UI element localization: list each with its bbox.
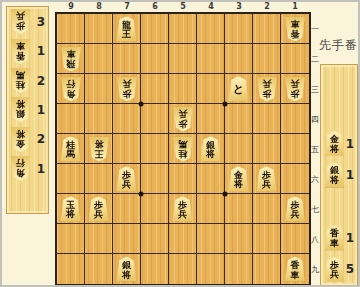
file-label-5: 5 (169, 2, 197, 12)
hand-slot-sente-rook (321, 65, 357, 96)
piece-kanji: 将 (234, 180, 243, 190)
piece-gote-knight[interactable]: 桂馬 (10, 68, 31, 93)
square-81[interactable] (85, 14, 113, 44)
piece-gote-pawn[interactable]: 歩兵 (172, 106, 193, 131)
hand-slot-gote-pawn[interactable]: 歩兵3 (7, 7, 48, 36)
square-86[interactable] (85, 164, 113, 194)
hand-slot-gote-lance[interactable]: 香車1 (7, 36, 48, 65)
gote-captured-tray: 歩兵3香車1桂馬2銀将1金将2角行1 (6, 6, 49, 214)
file-label-4: 4 (197, 2, 225, 12)
piece-sente-tokin[interactable]: と (228, 76, 249, 101)
square-66[interactable] (141, 164, 169, 194)
square-98[interactable] (57, 224, 85, 254)
piece-sente-pawn[interactable]: 歩兵 (88, 196, 109, 221)
square-17[interactable]: 歩兵 (281, 194, 309, 224)
square-49[interactable] (197, 254, 225, 284)
square-71[interactable]: 龍王 (113, 14, 141, 44)
piece-kanji: 将 (330, 176, 339, 186)
square-32[interactable] (225, 44, 253, 74)
square-48[interactable] (197, 224, 225, 254)
file-label-6: 6 (141, 2, 169, 12)
square-68[interactable] (141, 224, 169, 254)
rank-label-4: 四 (310, 104, 320, 134)
sente-captured-tray: 金将1銀将1香車1歩兵5 (320, 64, 358, 286)
piece-gote-lance[interactable]: 香車 (285, 16, 306, 41)
square-53[interactable] (169, 74, 197, 104)
hand-count-gote-gold: 2 (37, 133, 45, 145)
hand-slot-gote-rook (7, 184, 48, 213)
hand-slot-sente-bishop (321, 96, 357, 127)
piece-gote-gold[interactable]: 金将 (10, 127, 31, 152)
piece-sente-pawn[interactable]: 歩兵 (172, 196, 193, 221)
piece-sente-silver[interactable]: 銀将 (116, 257, 137, 282)
square-58[interactable] (169, 224, 197, 254)
square-93[interactable]: 角行 (57, 74, 85, 104)
square-89[interactable] (85, 254, 113, 284)
square-64[interactable] (141, 104, 169, 134)
square-16[interactable] (281, 164, 309, 194)
piece-kanji: 兵 (178, 108, 187, 118)
piece-sente-pawn[interactable]: 歩兵 (324, 257, 345, 282)
square-67[interactable] (141, 194, 169, 224)
piece-kanji: 兵 (262, 180, 271, 190)
square-12[interactable] (281, 44, 309, 74)
piece-kanji: 兵 (291, 78, 300, 88)
shogi-board: 龍王香車飛車角行歩兵と歩兵歩兵歩兵桂馬王将桂馬銀将歩兵金将歩兵玉将歩兵歩兵歩兵銀… (55, 12, 311, 286)
piece-kanji: 歩 (262, 88, 271, 98)
square-13[interactable]: 歩兵 (281, 74, 309, 104)
rank-label-3: 三 (310, 74, 320, 104)
square-37[interactable] (225, 194, 253, 224)
square-47[interactable] (197, 194, 225, 224)
piece-gote-bishop[interactable]: 角行 (10, 156, 31, 181)
square-43[interactable] (197, 74, 225, 104)
square-54[interactable]: 歩兵 (169, 104, 197, 134)
piece-sente-pawn[interactable]: 歩兵 (116, 166, 137, 191)
square-87[interactable]: 歩兵 (85, 194, 113, 224)
piece-kanji: 車 (291, 270, 300, 280)
square-83[interactable] (85, 74, 113, 104)
square-15[interactable] (281, 134, 309, 164)
rank-label-7: 七 (310, 194, 320, 224)
square-19[interactable]: 香車 (281, 254, 309, 284)
file-label-9: 9 (57, 2, 85, 12)
piece-kanji: 飛 (66, 58, 75, 68)
piece-kanji: 香 (291, 28, 300, 38)
piece-kanji: 兵 (122, 180, 131, 190)
piece-kanji: 桂 (16, 80, 25, 90)
piece-gote-pawn[interactable]: 歩兵 (10, 9, 31, 34)
square-11[interactable]: 香車 (281, 14, 309, 44)
square-45[interactable]: 銀将 (197, 134, 225, 164)
square-34[interactable] (225, 104, 253, 134)
piece-kanji: と (233, 84, 244, 96)
piece-sente-pawn[interactable]: 歩兵 (285, 196, 306, 221)
square-57[interactable]: 歩兵 (169, 194, 197, 224)
hand-count-sente-lance: 1 (346, 232, 354, 244)
square-61[interactable] (141, 14, 169, 44)
square-74[interactable] (113, 104, 141, 134)
square-82[interactable] (85, 44, 113, 74)
square-25[interactable] (253, 134, 281, 164)
square-46[interactable] (197, 164, 225, 194)
piece-kanji: 桂 (178, 148, 187, 158)
piece-kanji: 将 (16, 99, 25, 109)
piece-kanji: 兵 (122, 78, 131, 88)
square-44[interactable] (197, 104, 225, 134)
piece-kanji: 銀 (16, 109, 25, 119)
hand-count-gote-pawn: 3 (37, 16, 45, 28)
square-18[interactable] (281, 224, 309, 254)
hand-count-gote-lance: 1 (37, 45, 45, 57)
hand-count-gote-silver: 1 (37, 104, 45, 116)
piece-gote-bishop[interactable]: 角行 (60, 76, 81, 101)
piece-sente-dragon[interactable]: 龍王 (116, 16, 137, 41)
square-95[interactable]: 桂馬 (57, 134, 85, 164)
piece-kanji: 車 (66, 48, 75, 58)
file-label-8: 8 (85, 2, 113, 12)
square-22[interactable] (253, 44, 281, 74)
star-point (223, 102, 228, 107)
piece-sente-gold[interactable]: 金将 (324, 131, 345, 156)
hand-slot-gote-knight[interactable]: 桂馬2 (7, 66, 48, 95)
piece-kanji: 車 (330, 239, 339, 249)
square-42[interactable] (197, 44, 225, 74)
rank-label-6: 六 (310, 164, 320, 194)
piece-kanji: 将 (206, 150, 215, 160)
rank-label-9: 九 (310, 254, 320, 284)
piece-kanji: 兵 (262, 78, 271, 88)
piece-kanji: 兵 (291, 210, 300, 220)
square-31[interactable] (225, 14, 253, 44)
star-point (223, 192, 228, 197)
file-label-1: 1 (281, 2, 309, 12)
hand-count-gote-knight: 2 (37, 75, 45, 87)
square-78[interactable] (113, 224, 141, 254)
turn-indicator: 先手番 (319, 37, 360, 54)
piece-sente-silver[interactable]: 銀将 (200, 136, 221, 161)
square-52[interactable] (169, 44, 197, 74)
hand-count-sente-gold: 1 (346, 138, 354, 150)
rank-labels: 一二三四五六七八九 (310, 14, 320, 284)
rank-label-8: 八 (310, 224, 320, 254)
square-36[interactable]: 金将 (225, 164, 253, 194)
hand-count-gote-bishop: 1 (37, 163, 45, 175)
square-77[interactable] (113, 194, 141, 224)
square-99[interactable] (57, 254, 85, 284)
piece-gote-pawn[interactable]: 歩兵 (116, 76, 137, 101)
piece-gote-rook[interactable]: 飛車 (60, 46, 81, 71)
piece-kanji: 馬 (16, 70, 25, 80)
piece-gote-pawn[interactable]: 歩兵 (256, 76, 277, 101)
piece-gote-pawn[interactable]: 歩兵 (285, 76, 306, 101)
hand-slot-sente-silver[interactable]: 銀将1 (321, 159, 357, 190)
piece-kanji: 将 (330, 145, 339, 155)
hand-count-sente-pawn: 5 (346, 263, 354, 275)
hand-count-sente-silver: 1 (346, 169, 354, 181)
square-21[interactable] (253, 14, 281, 44)
file-label-3: 3 (225, 2, 253, 12)
square-96[interactable] (57, 164, 85, 194)
square-85[interactable]: 王将 (85, 134, 113, 164)
square-23[interactable]: 歩兵 (253, 74, 281, 104)
file-label-7: 7 (113, 2, 141, 12)
piece-sente-knight[interactable]: 桂馬 (60, 136, 81, 161)
star-point (139, 102, 144, 107)
piece-kanji: 金 (16, 138, 25, 148)
square-29[interactable] (253, 254, 281, 284)
shogi-diagram: 歩兵3香車1桂馬2銀将1金将2角行1 987654321 龍王香車飛車角行歩兵と… (0, 0, 360, 287)
square-24[interactable] (253, 104, 281, 134)
hand-slot-sente-gold[interactable]: 金将1 (321, 128, 357, 159)
square-55[interactable]: 桂馬 (169, 134, 197, 164)
piece-kanji: 将 (16, 129, 25, 139)
piece-kanji: 兵 (16, 11, 25, 21)
piece-kanji: 香 (16, 50, 25, 60)
square-94[interactable] (57, 104, 85, 134)
square-28[interactable] (253, 224, 281, 254)
piece-kanji: 将 (66, 210, 75, 220)
piece-kanji: 歩 (16, 21, 25, 31)
square-35[interactable] (225, 134, 253, 164)
square-84[interactable] (85, 104, 113, 134)
piece-kanji: 行 (16, 158, 25, 168)
square-63[interactable] (141, 74, 169, 104)
piece-kanji: 王 (122, 30, 131, 40)
piece-kanji: 兵 (178, 210, 187, 220)
piece-sente-king[interactable]: 玉将 (60, 196, 81, 221)
piece-gote-silver[interactable]: 銀将 (10, 97, 31, 122)
piece-kanji: 馬 (178, 138, 187, 148)
hand-slot-sente-lance[interactable]: 香車1 (321, 222, 357, 253)
piece-gote-lance[interactable]: 香車 (10, 39, 31, 64)
square-51[interactable] (169, 14, 197, 44)
piece-kanji: 車 (291, 18, 300, 28)
square-26[interactable]: 歩兵 (253, 164, 281, 194)
square-14[interactable] (281, 104, 309, 134)
piece-sente-silver[interactable]: 銀将 (324, 162, 345, 187)
piece-sente-pawn[interactable]: 歩兵 (256, 166, 277, 191)
piece-sente-lance[interactable]: 香車 (285, 257, 306, 282)
square-41[interactable] (197, 14, 225, 44)
square-75[interactable] (113, 134, 141, 164)
piece-kanji: 角 (16, 168, 25, 178)
square-88[interactable] (85, 224, 113, 254)
piece-kanji: 将 (94, 138, 103, 148)
piece-kanji: 将 (122, 270, 131, 280)
piece-gote-knight[interactable]: 桂馬 (172, 136, 193, 161)
piece-kanji: 王 (94, 148, 103, 158)
piece-kanji: 歩 (178, 118, 187, 128)
square-65[interactable] (141, 134, 169, 164)
square-62[interactable] (141, 44, 169, 74)
hand-slot-gote-silver[interactable]: 銀将1 (7, 95, 48, 124)
star-point (139, 192, 144, 197)
square-76[interactable]: 歩兵 (113, 164, 141, 194)
piece-sente-lance[interactable]: 香車 (324, 225, 345, 250)
file-labels: 987654321 (57, 2, 309, 12)
hand-slot-gote-bishop[interactable]: 角行1 (7, 154, 48, 183)
piece-kanji: 歩 (122, 88, 131, 98)
square-39[interactable] (225, 254, 253, 284)
file-label-2: 2 (253, 2, 281, 12)
square-56[interactable] (169, 164, 197, 194)
square-79[interactable]: 銀将 (113, 254, 141, 284)
square-38[interactable] (225, 224, 253, 254)
piece-kanji: 行 (66, 78, 75, 88)
piece-kanji: 兵 (94, 210, 103, 220)
piece-kanji: 馬 (66, 150, 75, 160)
piece-kanji: 歩 (291, 88, 300, 98)
piece-kanji: 兵 (330, 270, 339, 280)
square-73[interactable]: 歩兵 (113, 74, 141, 104)
piece-gote-king[interactable]: 王将 (88, 136, 109, 161)
square-69[interactable] (141, 254, 169, 284)
square-91[interactable] (57, 14, 85, 44)
piece-kanji: 角 (66, 88, 75, 98)
hand-slot-sente-pawn[interactable]: 歩兵5 (321, 254, 357, 285)
hand-slot-gote-gold[interactable]: 金将2 (7, 125, 48, 154)
piece-sente-gold[interactable]: 金将 (228, 166, 249, 191)
square-27[interactable] (253, 194, 281, 224)
hand-slot-sente-knight (321, 191, 357, 222)
square-59[interactable] (169, 254, 197, 284)
square-33[interactable]: と (225, 74, 253, 104)
square-72[interactable] (113, 44, 141, 74)
square-97[interactable]: 玉将 (57, 194, 85, 224)
rank-label-5: 五 (310, 134, 320, 164)
piece-kanji: 車 (16, 41, 25, 51)
square-92[interactable]: 飛車 (57, 44, 85, 74)
